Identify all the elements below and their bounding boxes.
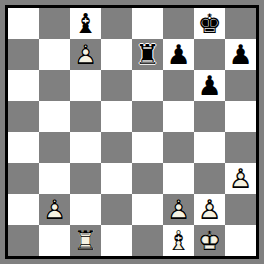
white-pawn-fill: ♟ bbox=[194, 194, 225, 225]
square-a6[interactable] bbox=[8, 70, 39, 101]
square-g5[interactable] bbox=[194, 101, 225, 132]
square-c5[interactable] bbox=[70, 101, 101, 132]
square-c7[interactable]: ♟♙ bbox=[70, 39, 101, 70]
square-b1[interactable] bbox=[39, 225, 70, 256]
square-f4[interactable] bbox=[163, 132, 194, 163]
black-pawn: ♟ bbox=[225, 39, 256, 70]
square-f3[interactable] bbox=[163, 163, 194, 194]
square-c4[interactable] bbox=[70, 132, 101, 163]
white-pawn: ♙ bbox=[70, 39, 101, 70]
white-pawn: ♙ bbox=[194, 194, 225, 225]
square-f8[interactable] bbox=[163, 8, 194, 39]
square-g7[interactable] bbox=[194, 39, 225, 70]
square-h5[interactable] bbox=[225, 101, 256, 132]
square-c6[interactable] bbox=[70, 70, 101, 101]
square-h2[interactable] bbox=[225, 194, 256, 225]
white-king: ♔ bbox=[194, 225, 225, 256]
square-e8[interactable] bbox=[132, 8, 163, 39]
white-pawn-fill: ♟ bbox=[70, 39, 101, 70]
chess-board-frame: ♝♚♟♙♜♟♟♟♟♙♟♙♟♙♟♙♜♖♝♗♚♔ bbox=[5, 5, 259, 259]
square-h4[interactable] bbox=[225, 132, 256, 163]
square-h8[interactable] bbox=[225, 8, 256, 39]
square-b5[interactable] bbox=[39, 101, 70, 132]
board-margin: ♝♚♟♙♜♟♟♟♟♙♟♙♟♙♟♙♜♖♝♗♚♔ bbox=[0, 0, 264, 264]
square-a1[interactable] bbox=[8, 225, 39, 256]
square-h3[interactable]: ♟♙ bbox=[225, 163, 256, 194]
square-c3[interactable] bbox=[70, 163, 101, 194]
square-a2[interactable] bbox=[8, 194, 39, 225]
square-f2[interactable]: ♟♙ bbox=[163, 194, 194, 225]
white-bishop-fill: ♝ bbox=[163, 225, 194, 256]
black-bishop: ♝ bbox=[70, 8, 101, 39]
square-b8[interactable] bbox=[39, 8, 70, 39]
white-rook: ♖ bbox=[70, 225, 101, 256]
square-g1[interactable]: ♚♔ bbox=[194, 225, 225, 256]
square-d8[interactable] bbox=[101, 8, 132, 39]
square-g6[interactable]: ♟ bbox=[194, 70, 225, 101]
white-pawn: ♙ bbox=[225, 163, 256, 194]
square-a3[interactable] bbox=[8, 163, 39, 194]
square-e5[interactable] bbox=[132, 101, 163, 132]
square-d4[interactable] bbox=[101, 132, 132, 163]
square-a8[interactable] bbox=[8, 8, 39, 39]
square-e2[interactable] bbox=[132, 194, 163, 225]
square-e1[interactable] bbox=[132, 225, 163, 256]
square-b3[interactable] bbox=[39, 163, 70, 194]
square-c2[interactable] bbox=[70, 194, 101, 225]
square-d3[interactable] bbox=[101, 163, 132, 194]
black-king: ♚ bbox=[194, 8, 225, 39]
black-pawn: ♟ bbox=[163, 39, 194, 70]
square-e4[interactable] bbox=[132, 132, 163, 163]
square-g2[interactable]: ♟♙ bbox=[194, 194, 225, 225]
square-d1[interactable] bbox=[101, 225, 132, 256]
square-b2[interactable]: ♟♙ bbox=[39, 194, 70, 225]
square-e3[interactable] bbox=[132, 163, 163, 194]
square-a4[interactable] bbox=[8, 132, 39, 163]
square-f5[interactable] bbox=[163, 101, 194, 132]
square-e7[interactable]: ♜ bbox=[132, 39, 163, 70]
white-king-fill: ♚ bbox=[194, 225, 225, 256]
square-e6[interactable] bbox=[132, 70, 163, 101]
square-g8[interactable]: ♚ bbox=[194, 8, 225, 39]
square-b7[interactable] bbox=[39, 39, 70, 70]
square-a5[interactable] bbox=[8, 101, 39, 132]
square-f7[interactable]: ♟ bbox=[163, 39, 194, 70]
square-d6[interactable] bbox=[101, 70, 132, 101]
square-d2[interactable] bbox=[101, 194, 132, 225]
square-f6[interactable] bbox=[163, 70, 194, 101]
square-b6[interactable] bbox=[39, 70, 70, 101]
square-f1[interactable]: ♝♗ bbox=[163, 225, 194, 256]
square-h7[interactable]: ♟ bbox=[225, 39, 256, 70]
black-rook: ♜ bbox=[132, 39, 163, 70]
square-a7[interactable] bbox=[8, 39, 39, 70]
square-c8[interactable]: ♝ bbox=[70, 8, 101, 39]
white-pawn-fill: ♟ bbox=[39, 194, 70, 225]
white-bishop: ♗ bbox=[163, 225, 194, 256]
white-pawn: ♙ bbox=[39, 194, 70, 225]
square-g4[interactable] bbox=[194, 132, 225, 163]
white-pawn: ♙ bbox=[163, 194, 194, 225]
chess-board: ♝♚♟♙♜♟♟♟♟♙♟♙♟♙♟♙♜♖♝♗♚♔ bbox=[8, 8, 256, 256]
square-d7[interactable] bbox=[101, 39, 132, 70]
white-pawn-fill: ♟ bbox=[225, 163, 256, 194]
black-pawn: ♟ bbox=[194, 70, 225, 101]
square-g3[interactable] bbox=[194, 163, 225, 194]
white-rook-fill: ♜ bbox=[70, 225, 101, 256]
square-c1[interactable]: ♜♖ bbox=[70, 225, 101, 256]
square-b4[interactable] bbox=[39, 132, 70, 163]
square-h1[interactable] bbox=[225, 225, 256, 256]
white-pawn-fill: ♟ bbox=[163, 194, 194, 225]
square-d5[interactable] bbox=[101, 101, 132, 132]
square-h6[interactable] bbox=[225, 70, 256, 101]
